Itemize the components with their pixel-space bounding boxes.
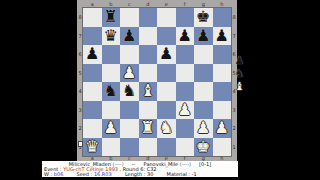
- white-pawn-g2: ♟: [196, 119, 210, 137]
- black-knight-b4: ♞: [104, 82, 118, 100]
- square-d3: [139, 101, 158, 120]
- seed-value: 16.R03: [94, 171, 112, 177]
- square-d2: ♜: [139, 119, 158, 138]
- square-c3: [120, 101, 139, 120]
- square-a7: [83, 27, 102, 46]
- black-pawn-icon: ♟: [233, 54, 246, 67]
- black-pawn-g7: ♟: [196, 27, 210, 45]
- material-value: -1: [192, 171, 197, 177]
- square-h6: [213, 45, 232, 64]
- square-f5: [176, 64, 195, 83]
- black-pawn-c7: ♟: [122, 27, 136, 45]
- white-pawn-b2: ♟: [104, 119, 118, 137]
- square-g8: ♚: [194, 8, 213, 27]
- square-e4: [157, 82, 176, 101]
- material-label: Material :: [167, 171, 192, 177]
- black-queen-b7: ♛: [104, 27, 118, 45]
- rank-label-2: 2: [231, 119, 237, 138]
- square-a3: [83, 101, 102, 120]
- video-frame: abcdefgh 87654321 ♜♚♛♟♟♟♟♟♟♟♞♞♝♟♟♜♞♟♟♛♚ …: [0, 0, 320, 180]
- square-g7: ♟: [194, 27, 213, 46]
- black-pawn-f7: ♟: [178, 27, 192, 45]
- length-value: 30: [147, 171, 153, 177]
- square-f7: ♟: [176, 27, 195, 46]
- file-labels-top: abcdefgh: [83, 1, 231, 7]
- white-king-g1: ♚: [196, 138, 210, 156]
- material-tray: ♟♞♝: [233, 54, 246, 93]
- white-to-move-indicator: [78, 141, 83, 147]
- square-b7: ♛: [102, 27, 121, 46]
- rank-label-1: 1: [231, 138, 237, 157]
- square-e2: ♞: [157, 119, 176, 138]
- square-e6: ♟: [157, 45, 176, 64]
- square-c4: ♞: [120, 82, 139, 101]
- black-knight-icon: ♞: [233, 67, 246, 80]
- square-f6: [176, 45, 195, 64]
- square-h5: [213, 64, 232, 83]
- square-d6: [139, 45, 158, 64]
- black-pawn-a6: ♟: [85, 45, 99, 63]
- square-e7: [157, 27, 176, 46]
- board-panel: abcdefgh 87654321 ♜♚♛♟♟♟♟♟♟♟♞♞♝♟♟♜♞♟♟♛♚ …: [77, 0, 237, 161]
- white-rook-d2: ♜: [141, 119, 155, 137]
- white-bishop-d4: ♝: [141, 82, 155, 100]
- square-a5: [83, 64, 102, 83]
- square-h8: [213, 8, 232, 27]
- game-info-panel: Milicevic_Mladen (----) -- Panovski_Mile…: [42, 161, 238, 177]
- square-b3: [102, 101, 121, 120]
- square-a8: [83, 8, 102, 27]
- square-c1: [120, 138, 139, 157]
- square-b5: [102, 64, 121, 83]
- white-pawn-f3: ♟: [178, 101, 192, 119]
- white-queen-a1: ♛: [85, 138, 99, 156]
- square-f8: [176, 8, 195, 27]
- game-result: [0-1]: [199, 161, 211, 167]
- square-c8: [120, 8, 139, 27]
- rank-label-7: 7: [231, 27, 237, 46]
- square-b1: [102, 138, 121, 157]
- square-b8: ♜: [102, 8, 121, 27]
- square-c5: ♟: [120, 64, 139, 83]
- square-e3: [157, 101, 176, 120]
- file-label-a: a: [83, 1, 102, 7]
- white-pawn-c5: ♟: [122, 64, 136, 82]
- status-line: W : b06 Seed : 16.R03 Length : 30 Materi…: [42, 172, 238, 177]
- file-label-b: b: [102, 1, 121, 7]
- square-c7: ♟: [120, 27, 139, 46]
- square-d7: [139, 27, 158, 46]
- black-rook-b8: ♜: [104, 8, 118, 26]
- black-king-g8: ♚: [196, 8, 210, 26]
- w-label: W :: [44, 171, 54, 177]
- rank-label-3: 3: [231, 101, 237, 120]
- square-d8: [139, 8, 158, 27]
- square-a6: ♟: [83, 45, 102, 64]
- black-pawn-h7: ♟: [215, 27, 229, 45]
- square-c2: [120, 119, 139, 138]
- square-h1: [213, 138, 232, 157]
- file-label-f: f: [176, 1, 195, 7]
- w-value: b06: [54, 171, 64, 177]
- square-h7: ♟: [213, 27, 232, 46]
- chessboard: ♜♚♛♟♟♟♟♟♟♟♞♞♝♟♟♜♞♟♟♛♚: [83, 8, 231, 156]
- square-f4: [176, 82, 195, 101]
- rank-label-8: 8: [231, 8, 237, 27]
- seed-label: Seed :: [77, 171, 94, 177]
- square-g1: ♚: [194, 138, 213, 157]
- square-e8: [157, 8, 176, 27]
- file-label-g: g: [194, 1, 213, 7]
- black-pawn-e6: ♟: [159, 45, 173, 63]
- square-g4: [194, 82, 213, 101]
- square-d5: [139, 64, 158, 83]
- square-g3: [194, 101, 213, 120]
- square-g5: [194, 64, 213, 83]
- square-f1: [176, 138, 195, 157]
- square-b6: [102, 45, 121, 64]
- square-c6: [120, 45, 139, 64]
- square-d1: [139, 138, 158, 157]
- file-label-h: h: [213, 1, 232, 7]
- square-b4: ♞: [102, 82, 121, 101]
- file-label-e: e: [157, 1, 176, 7]
- square-f3: ♟: [176, 101, 195, 120]
- file-label-c: c: [120, 1, 139, 7]
- black-player-rating: (----): [180, 161, 191, 167]
- file-label-d: d: [139, 1, 158, 7]
- square-a4: [83, 82, 102, 101]
- square-h3: [213, 101, 232, 120]
- square-h4: [213, 82, 232, 101]
- square-a1: ♛: [83, 138, 102, 157]
- white-bishop-icon: ♝: [233, 80, 246, 93]
- square-h2: ♟: [213, 119, 232, 138]
- black-knight-c4: ♞: [122, 82, 136, 100]
- square-b2: ♟: [102, 119, 121, 138]
- white-pawn-h2: ♟: [215, 119, 229, 137]
- square-e1: [157, 138, 176, 157]
- square-a2: [83, 119, 102, 138]
- square-e5: [157, 64, 176, 83]
- white-knight-e2: ♞: [159, 119, 173, 137]
- square-d4: ♝: [139, 82, 158, 101]
- square-f2: [176, 119, 195, 138]
- length-label: Length :: [125, 171, 147, 177]
- square-g2: ♟: [194, 119, 213, 138]
- square-g6: [194, 45, 213, 64]
